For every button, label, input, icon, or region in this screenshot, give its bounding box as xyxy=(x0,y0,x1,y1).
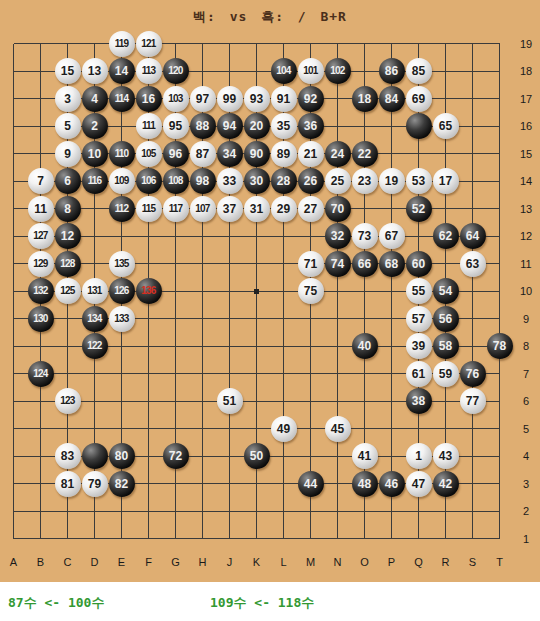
board-intersection-C8[interactable] xyxy=(54,333,81,361)
board-intersection-M8[interactable] xyxy=(297,333,324,361)
white-stone-C17[interactable]: 3 xyxy=(55,86,81,112)
board-intersection-D13[interactable] xyxy=(81,195,108,223)
white-stone-N14[interactable]: 25 xyxy=(325,168,351,194)
board-intersection-S17[interactable] xyxy=(459,85,486,113)
board-intersection-O7[interactable] xyxy=(351,360,378,388)
board-intersection-E1[interactable] xyxy=(108,525,135,553)
board-intersection-T14[interactable] xyxy=(486,168,513,196)
black-stone-D8[interactable]: 122 xyxy=(82,333,108,359)
board-intersection-F11[interactable] xyxy=(135,250,162,278)
board-intersection-H1[interactable] xyxy=(189,525,216,553)
black-stone-F14[interactable]: 106 xyxy=(136,168,162,194)
board-intersection-G10[interactable] xyxy=(162,278,189,306)
white-stone-B11[interactable]: 129 xyxy=(28,251,54,277)
board-intersection-T13[interactable] xyxy=(486,195,513,223)
board-intersection-S5[interactable] xyxy=(459,415,486,443)
board-intersection-A6[interactable] xyxy=(0,388,27,416)
board-intersection-J1[interactable] xyxy=(216,525,243,553)
white-stone-R14[interactable]: 17 xyxy=(433,168,459,194)
white-stone-O14[interactable]: 23 xyxy=(352,168,378,194)
white-stone-F19[interactable]: 121 xyxy=(136,31,162,57)
board-intersection-T9[interactable] xyxy=(486,305,513,333)
board-intersection-P15[interactable] xyxy=(378,140,405,168)
board-intersection-T15[interactable] xyxy=(486,140,513,168)
board-intersection-K11[interactable] xyxy=(243,250,270,278)
board-intersection-J3[interactable] xyxy=(216,470,243,498)
board-intersection-N4[interactable] xyxy=(324,443,351,471)
board-intersection-F6[interactable] xyxy=(135,388,162,416)
black-stone-L18[interactable]: 104 xyxy=(271,58,297,84)
white-stone-Q8[interactable]: 39 xyxy=(406,333,432,359)
board-intersection-J11[interactable] xyxy=(216,250,243,278)
board-intersection-G2[interactable] xyxy=(162,498,189,526)
black-stone-C14[interactable]: 6 xyxy=(55,168,81,194)
black-stone-P18[interactable]: 86 xyxy=(379,58,405,84)
board-intersection-J5[interactable] xyxy=(216,415,243,443)
board-intersection-L4[interactable] xyxy=(270,443,297,471)
black-stone-Q13[interactable]: 52 xyxy=(406,196,432,222)
board-intersection-B19[interactable] xyxy=(27,30,54,58)
board-intersection-D12[interactable] xyxy=(81,223,108,251)
white-stone-D10[interactable]: 131 xyxy=(82,278,108,304)
board-intersection-M9[interactable] xyxy=(297,305,324,333)
board-intersection-K8[interactable] xyxy=(243,333,270,361)
board-intersection-K12[interactable] xyxy=(243,223,270,251)
white-stone-N5[interactable]: 45 xyxy=(325,416,351,442)
white-stone-L13[interactable]: 29 xyxy=(271,196,297,222)
board-intersection-R11[interactable] xyxy=(432,250,459,278)
board-intersection-P2[interactable] xyxy=(378,498,405,526)
black-stone-O11[interactable]: 66 xyxy=(352,251,378,277)
board-intersection-P5[interactable] xyxy=(378,415,405,443)
board-intersection-F3[interactable] xyxy=(135,470,162,498)
board-intersection-O10[interactable] xyxy=(351,278,378,306)
board-intersection-C7[interactable] xyxy=(54,360,81,388)
board-intersection-S13[interactable] xyxy=(459,195,486,223)
board-intersection-J2[interactable] xyxy=(216,498,243,526)
black-stone-E10[interactable]: 126 xyxy=(109,278,135,304)
white-stone-D18[interactable]: 13 xyxy=(82,58,108,84)
board-intersection-S8[interactable] xyxy=(459,333,486,361)
white-stone-K13[interactable]: 31 xyxy=(244,196,270,222)
white-stone-G16[interactable]: 95 xyxy=(163,113,189,139)
board-intersection-S14[interactable] xyxy=(459,168,486,196)
board-intersection-O5[interactable] xyxy=(351,415,378,443)
board-intersection-O18[interactable] xyxy=(351,58,378,86)
board-intersection-G5[interactable] xyxy=(162,415,189,443)
black-stone-R10[interactable]: 54 xyxy=(433,278,459,304)
board-intersection-T16[interactable] xyxy=(486,113,513,141)
board-intersection-P13[interactable] xyxy=(378,195,405,223)
white-stone-M15[interactable]: 21 xyxy=(298,141,324,167)
board-intersection-T4[interactable] xyxy=(486,443,513,471)
board-intersection-Q12[interactable] xyxy=(405,223,432,251)
board-intersection-A11[interactable] xyxy=(0,250,27,278)
black-stone-O15[interactable]: 22 xyxy=(352,141,378,167)
white-stone-G13[interactable]: 117 xyxy=(163,196,189,222)
black-stone-S12[interactable]: 64 xyxy=(460,223,486,249)
white-stone-P14[interactable]: 19 xyxy=(379,168,405,194)
white-stone-L16[interactable]: 35 xyxy=(271,113,297,139)
board-intersection-S19[interactable] xyxy=(459,30,486,58)
white-stone-C15[interactable]: 9 xyxy=(55,141,81,167)
white-stone-C10[interactable]: 125 xyxy=(55,278,81,304)
board-intersection-O13[interactable] xyxy=(351,195,378,223)
board-intersection-F2[interactable] xyxy=(135,498,162,526)
board-intersection-H12[interactable] xyxy=(189,223,216,251)
board-intersection-N17[interactable] xyxy=(324,85,351,113)
black-stone-O17[interactable]: 18 xyxy=(352,86,378,112)
board-intersection-M2[interactable] xyxy=(297,498,324,526)
black-stone-B7[interactable]: 124 xyxy=(28,361,54,387)
board-intersection-N8[interactable] xyxy=(324,333,351,361)
board-intersection-G6[interactable] xyxy=(162,388,189,416)
black-stone-B9[interactable]: 130 xyxy=(28,306,54,332)
white-stone-C18[interactable]: 15 xyxy=(55,58,81,84)
board-intersection-B15[interactable] xyxy=(27,140,54,168)
board-intersection-J19[interactable] xyxy=(216,30,243,58)
black-stone-N18[interactable]: 102 xyxy=(325,58,351,84)
black-stone-D4[interactable] xyxy=(82,443,108,469)
black-stone-P3[interactable]: 46 xyxy=(379,471,405,497)
board-intersection-O19[interactable] xyxy=(351,30,378,58)
board-intersection-K1[interactable] xyxy=(243,525,270,553)
board-intersection-K5[interactable] xyxy=(243,415,270,443)
board-intersection-L1[interactable] xyxy=(270,525,297,553)
board-intersection-T5[interactable] xyxy=(486,415,513,443)
board-intersection-A14[interactable] xyxy=(0,168,27,196)
white-stone-L5[interactable]: 49 xyxy=(271,416,297,442)
board-intersection-D5[interactable] xyxy=(81,415,108,443)
board-intersection-G3[interactable] xyxy=(162,470,189,498)
white-stone-O12[interactable]: 73 xyxy=(352,223,378,249)
black-stone-M3[interactable]: 44 xyxy=(298,471,324,497)
black-stone-E13[interactable]: 112 xyxy=(109,196,135,222)
board-intersection-K7[interactable] xyxy=(243,360,270,388)
black-stone-P17[interactable]: 84 xyxy=(379,86,405,112)
white-stone-R4[interactable]: 43 xyxy=(433,443,459,469)
board-intersection-A3[interactable] xyxy=(0,470,27,498)
board-intersection-G8[interactable] xyxy=(162,333,189,361)
board-intersection-H7[interactable] xyxy=(189,360,216,388)
board-intersection-A7[interactable] xyxy=(0,360,27,388)
board-intersection-L6[interactable] xyxy=(270,388,297,416)
board-intersection-O9[interactable] xyxy=(351,305,378,333)
board-intersection-L11[interactable] xyxy=(270,250,297,278)
board-intersection-F8[interactable] xyxy=(135,333,162,361)
board-intersection-O1[interactable] xyxy=(351,525,378,553)
board-intersection-T19[interactable] xyxy=(486,30,513,58)
board-intersection-B8[interactable] xyxy=(27,333,54,361)
board-intersection-K2[interactable] xyxy=(243,498,270,526)
board-intersection-G9[interactable] xyxy=(162,305,189,333)
black-stone-J16[interactable]: 94 xyxy=(217,113,243,139)
white-stone-E11[interactable]: 135 xyxy=(109,251,135,277)
board-intersection-R5[interactable] xyxy=(432,415,459,443)
board-intersection-M5[interactable] xyxy=(297,415,324,443)
board-intersection-C2[interactable] xyxy=(54,498,81,526)
white-stone-Q10[interactable]: 55 xyxy=(406,278,432,304)
black-stone-F10[interactable]: 136 xyxy=(136,278,162,304)
board-intersection-R2[interactable] xyxy=(432,498,459,526)
board-intersection-R17[interactable] xyxy=(432,85,459,113)
black-stone-M16[interactable]: 36 xyxy=(298,113,324,139)
board-intersection-H19[interactable] xyxy=(189,30,216,58)
board-intersection-K19[interactable] xyxy=(243,30,270,58)
board-intersection-J9[interactable] xyxy=(216,305,243,333)
board-intersection-A10[interactable] xyxy=(0,278,27,306)
black-stone-D17[interactable]: 4 xyxy=(82,86,108,112)
board-intersection-E8[interactable] xyxy=(108,333,135,361)
board-intersection-H3[interactable] xyxy=(189,470,216,498)
black-stone-R8[interactable]: 58 xyxy=(433,333,459,359)
board-intersection-P16[interactable] xyxy=(378,113,405,141)
board-intersection-L2[interactable] xyxy=(270,498,297,526)
board-intersection-Q2[interactable] xyxy=(405,498,432,526)
board-intersection-M7[interactable] xyxy=(297,360,324,388)
board-intersection-E12[interactable] xyxy=(108,223,135,251)
board-intersection-G11[interactable] xyxy=(162,250,189,278)
black-stone-E3[interactable]: 82 xyxy=(109,471,135,497)
board-intersection-B5[interactable] xyxy=(27,415,54,443)
board-intersection-K9[interactable] xyxy=(243,305,270,333)
board-intersection-K18[interactable] xyxy=(243,58,270,86)
board-intersection-P7[interactable] xyxy=(378,360,405,388)
board-intersection-D2[interactable] xyxy=(81,498,108,526)
white-stone-M18[interactable]: 101 xyxy=(298,58,324,84)
board-intersection-J8[interactable] xyxy=(216,333,243,361)
board-intersection-C1[interactable] xyxy=(54,525,81,553)
white-stone-H17[interactable]: 97 xyxy=(190,86,216,112)
board-intersection-T1[interactable] xyxy=(486,525,513,553)
board-intersection-N7[interactable] xyxy=(324,360,351,388)
white-stone-R16[interactable]: 65 xyxy=(433,113,459,139)
white-stone-Q17[interactable]: 69 xyxy=(406,86,432,112)
board-intersection-B16[interactable] xyxy=(27,113,54,141)
board-intersection-A1[interactable] xyxy=(0,525,27,553)
board-intersection-L7[interactable] xyxy=(270,360,297,388)
board-intersection-Q19[interactable] xyxy=(405,30,432,58)
black-stone-J15[interactable]: 34 xyxy=(217,141,243,167)
white-stone-M13[interactable]: 27 xyxy=(298,196,324,222)
black-stone-C11[interactable]: 128 xyxy=(55,251,81,277)
board-intersection-T12[interactable] xyxy=(486,223,513,251)
black-stone-E18[interactable]: 14 xyxy=(109,58,135,84)
black-stone-N12[interactable]: 32 xyxy=(325,223,351,249)
white-stone-Q7[interactable]: 61 xyxy=(406,361,432,387)
board-intersection-B18[interactable] xyxy=(27,58,54,86)
board-intersection-T17[interactable] xyxy=(486,85,513,113)
white-stone-F18[interactable]: 113 xyxy=(136,58,162,84)
board-intersection-A15[interactable] xyxy=(0,140,27,168)
board-intersection-A5[interactable] xyxy=(0,415,27,443)
white-stone-Q4[interactable]: 1 xyxy=(406,443,432,469)
board-intersection-H11[interactable] xyxy=(189,250,216,278)
board-intersection-T7[interactable] xyxy=(486,360,513,388)
white-stone-B14[interactable]: 7 xyxy=(28,168,54,194)
white-stone-L15[interactable]: 89 xyxy=(271,141,297,167)
board-intersection-N19[interactable] xyxy=(324,30,351,58)
board-intersection-E5[interactable] xyxy=(108,415,135,443)
black-stone-R3[interactable]: 42 xyxy=(433,471,459,497)
board-intersection-H4[interactable] xyxy=(189,443,216,471)
black-stone-E17[interactable]: 114 xyxy=(109,86,135,112)
board-intersection-H2[interactable] xyxy=(189,498,216,526)
board-intersection-A19[interactable] xyxy=(0,30,27,58)
board-intersection-O2[interactable] xyxy=(351,498,378,526)
black-stone-G14[interactable]: 108 xyxy=(163,168,189,194)
board-intersection-N16[interactable] xyxy=(324,113,351,141)
board-intersection-A13[interactable] xyxy=(0,195,27,223)
board-intersection-C5[interactable] xyxy=(54,415,81,443)
white-stone-G17[interactable]: 103 xyxy=(163,86,189,112)
black-stone-Q11[interactable]: 60 xyxy=(406,251,432,277)
board-intersection-H6[interactable] xyxy=(189,388,216,416)
board-intersection-S4[interactable] xyxy=(459,443,486,471)
black-stone-M17[interactable]: 92 xyxy=(298,86,324,112)
board-intersection-G12[interactable] xyxy=(162,223,189,251)
board-intersection-S3[interactable] xyxy=(459,470,486,498)
board-intersection-P9[interactable] xyxy=(378,305,405,333)
board-intersection-T3[interactable] xyxy=(486,470,513,498)
white-stone-M10[interactable]: 75 xyxy=(298,278,324,304)
white-stone-J17[interactable]: 99 xyxy=(217,86,243,112)
board-intersection-G7[interactable] xyxy=(162,360,189,388)
board-intersection-T10[interactable] xyxy=(486,278,513,306)
board-intersection-R15[interactable] xyxy=(432,140,459,168)
board-intersection-B4[interactable] xyxy=(27,443,54,471)
black-stone-C12[interactable]: 12 xyxy=(55,223,81,249)
board-intersection-S9[interactable] xyxy=(459,305,486,333)
white-stone-F13[interactable]: 115 xyxy=(136,196,162,222)
white-stone-Q14[interactable]: 53 xyxy=(406,168,432,194)
black-stone-R12[interactable]: 62 xyxy=(433,223,459,249)
board-intersection-M12[interactable] xyxy=(297,223,324,251)
board-intersection-F9[interactable] xyxy=(135,305,162,333)
board-intersection-L19[interactable] xyxy=(270,30,297,58)
board-intersection-A17[interactable] xyxy=(0,85,27,113)
board-intersection-N6[interactable] xyxy=(324,388,351,416)
board-intersection-A18[interactable] xyxy=(0,58,27,86)
white-stone-J13[interactable]: 37 xyxy=(217,196,243,222)
white-stone-Q3[interactable]: 47 xyxy=(406,471,432,497)
black-stone-O3[interactable]: 48 xyxy=(352,471,378,497)
board-intersection-R13[interactable] xyxy=(432,195,459,223)
board-intersection-F12[interactable] xyxy=(135,223,162,251)
board-intersection-N9[interactable] xyxy=(324,305,351,333)
white-stone-L17[interactable]: 91 xyxy=(271,86,297,112)
black-stone-R9[interactable]: 56 xyxy=(433,306,459,332)
board-intersection-F1[interactable] xyxy=(135,525,162,553)
white-stone-R7[interactable]: 59 xyxy=(433,361,459,387)
board-intersection-O16[interactable] xyxy=(351,113,378,141)
board-intersection-R6[interactable] xyxy=(432,388,459,416)
black-stone-O8[interactable]: 40 xyxy=(352,333,378,359)
black-stone-D9[interactable]: 134 xyxy=(82,306,108,332)
black-stone-M14[interactable]: 26 xyxy=(298,168,324,194)
white-stone-B12[interactable]: 127 xyxy=(28,223,54,249)
board-intersection-B2[interactable] xyxy=(27,498,54,526)
board-intersection-H10[interactable] xyxy=(189,278,216,306)
white-stone-M11[interactable]: 71 xyxy=(298,251,324,277)
black-stone-K15[interactable]: 90 xyxy=(244,141,270,167)
board-intersection-B1[interactable] xyxy=(27,525,54,553)
board-intersection-J4[interactable] xyxy=(216,443,243,471)
black-stone-D16[interactable]: 2 xyxy=(82,113,108,139)
black-stone-D14[interactable]: 116 xyxy=(82,168,108,194)
white-stone-J14[interactable]: 33 xyxy=(217,168,243,194)
black-stone-P11[interactable]: 68 xyxy=(379,251,405,277)
board-intersection-L10[interactable] xyxy=(270,278,297,306)
black-stone-T8[interactable]: 78 xyxy=(487,333,513,359)
white-stone-E14[interactable]: 109 xyxy=(109,168,135,194)
board-intersection-M19[interactable] xyxy=(297,30,324,58)
black-stone-E15[interactable]: 110 xyxy=(109,141,135,167)
board-intersection-A16[interactable] xyxy=(0,113,27,141)
board-intersection-P19[interactable] xyxy=(378,30,405,58)
board-intersection-S15[interactable] xyxy=(459,140,486,168)
board-intersection-H18[interactable] xyxy=(189,58,216,86)
board-intersection-E6[interactable] xyxy=(108,388,135,416)
board-intersection-S10[interactable] xyxy=(459,278,486,306)
board-intersection-J12[interactable] xyxy=(216,223,243,251)
white-stone-F15[interactable]: 105 xyxy=(136,141,162,167)
board-intersection-E2[interactable] xyxy=(108,498,135,526)
board-intersection-P8[interactable] xyxy=(378,333,405,361)
board-intersection-O6[interactable] xyxy=(351,388,378,416)
black-stone-D15[interactable]: 10 xyxy=(82,141,108,167)
black-stone-N15[interactable]: 24 xyxy=(325,141,351,167)
white-stone-E9[interactable]: 133 xyxy=(109,306,135,332)
board-intersection-S1[interactable] xyxy=(459,525,486,553)
board-intersection-P10[interactable] xyxy=(378,278,405,306)
board-intersection-D1[interactable] xyxy=(81,525,108,553)
white-stone-F16[interactable]: 111 xyxy=(136,113,162,139)
white-stone-C6[interactable]: 123 xyxy=(55,388,81,414)
board-intersection-G1[interactable] xyxy=(162,525,189,553)
board-intersection-B3[interactable] xyxy=(27,470,54,498)
board-intersection-F4[interactable] xyxy=(135,443,162,471)
black-stone-L14[interactable]: 28 xyxy=(271,168,297,194)
white-stone-E19[interactable]: 119 xyxy=(109,31,135,57)
black-stone-K4[interactable]: 50 xyxy=(244,443,270,469)
board-intersection-J7[interactable] xyxy=(216,360,243,388)
board-intersection-S16[interactable] xyxy=(459,113,486,141)
black-stone-Q6[interactable]: 38 xyxy=(406,388,432,414)
board-intersection-J10[interactable] xyxy=(216,278,243,306)
board-intersection-H8[interactable] xyxy=(189,333,216,361)
board-intersection-D6[interactable] xyxy=(81,388,108,416)
board-intersection-P6[interactable] xyxy=(378,388,405,416)
board-intersection-A4[interactable] xyxy=(0,443,27,471)
board-intersection-H5[interactable] xyxy=(189,415,216,443)
black-stone-N13[interactable]: 70 xyxy=(325,196,351,222)
board-intersection-S18[interactable] xyxy=(459,58,486,86)
board-intersection-Q1[interactable] xyxy=(405,525,432,553)
white-stone-H13[interactable]: 107 xyxy=(190,196,216,222)
board-intersection-M1[interactable] xyxy=(297,525,324,553)
black-stone-H14[interactable]: 98 xyxy=(190,168,216,194)
board-intersection-S2[interactable] xyxy=(459,498,486,526)
board-intersection-F5[interactable] xyxy=(135,415,162,443)
black-stone-G15[interactable]: 96 xyxy=(163,141,189,167)
board-intersection-C9[interactable] xyxy=(54,305,81,333)
white-stone-C3[interactable]: 81 xyxy=(55,471,81,497)
board-intersection-M6[interactable] xyxy=(297,388,324,416)
board-intersection-B17[interactable] xyxy=(27,85,54,113)
board-intersection-N10[interactable] xyxy=(324,278,351,306)
board-intersection-Q5[interactable] xyxy=(405,415,432,443)
